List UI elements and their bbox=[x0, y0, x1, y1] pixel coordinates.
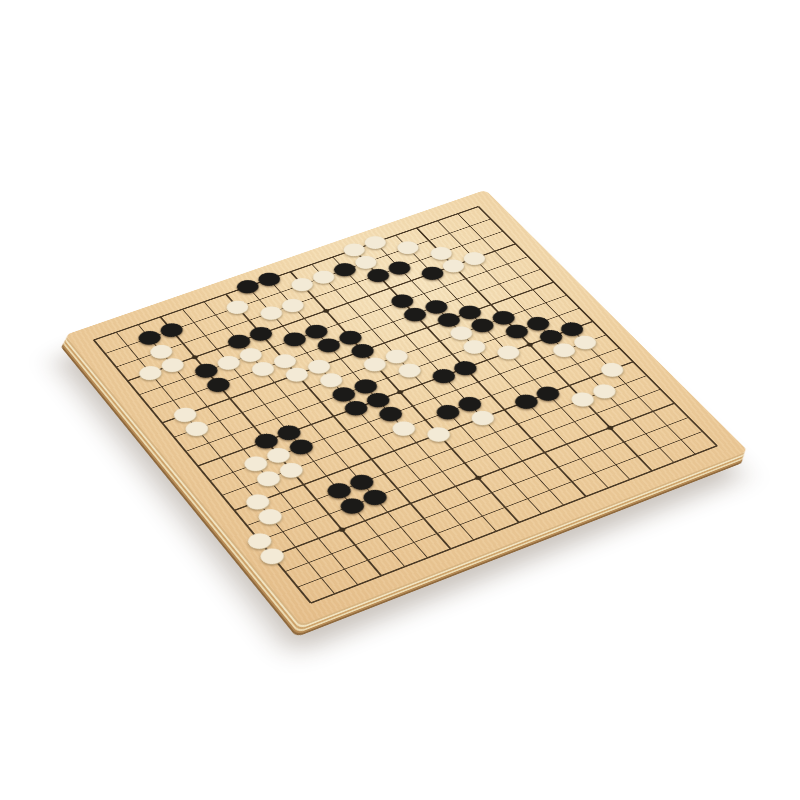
white-stone: ● bbox=[464, 405, 501, 429]
grid-line-horizontal bbox=[310, 445, 717, 603]
white-stone: ● bbox=[391, 358, 427, 382]
go-board: ●●●●●●●●●●●●●●●●●●●●●●●●●●●●●●●●●●●●●●●●… bbox=[65, 190, 748, 625]
white-stone: ● bbox=[455, 334, 491, 357]
white-stone: ● bbox=[593, 357, 630, 381]
white-stone: ● bbox=[178, 416, 214, 441]
white-stone: ● bbox=[384, 415, 421, 440]
white-stone: ● bbox=[390, 236, 425, 258]
product-photo-scene: ●●●●●●●●●●●●●●●●●●●●●●●●●●●●●●●●●●●●●●●●… bbox=[0, 0, 800, 800]
white-stone: ● bbox=[419, 421, 456, 446]
white-stone: ● bbox=[251, 503, 289, 529]
white-stone: ● bbox=[490, 340, 526, 363]
white-stone: ● bbox=[252, 542, 290, 569]
star-point bbox=[607, 425, 614, 429]
white-stone: ● bbox=[219, 295, 254, 318]
black-stone: ● bbox=[200, 372, 236, 396]
